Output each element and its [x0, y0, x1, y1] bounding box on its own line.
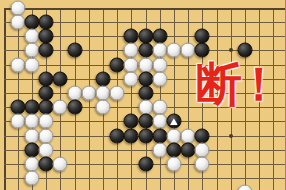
black-stone[interactable] [152, 128, 167, 143]
grid-hline [4, 8, 286, 10]
white-stone[interactable] [10, 15, 25, 30]
black-stone[interactable] [95, 71, 110, 86]
white-stone[interactable] [53, 100, 68, 115]
white-stone[interactable] [39, 128, 54, 143]
white-stone[interactable] [81, 86, 96, 101]
white-stone[interactable] [24, 114, 39, 129]
black-stone[interactable] [138, 29, 153, 44]
black-stone[interactable] [166, 142, 181, 157]
white-stone[interactable] [195, 142, 210, 157]
white-stone[interactable] [195, 157, 210, 172]
hoshi-point [229, 48, 233, 52]
white-stone[interactable] [152, 142, 167, 157]
white-stone[interactable] [24, 157, 39, 172]
white-stone[interactable] [67, 86, 82, 101]
white-stone[interactable] [152, 114, 167, 129]
black-stone[interactable] [195, 43, 210, 58]
white-stone[interactable] [95, 100, 110, 115]
white-stone[interactable] [138, 57, 153, 72]
black-stone[interactable] [237, 43, 252, 58]
black-stone[interactable] [24, 15, 39, 30]
black-stone[interactable] [195, 29, 210, 44]
white-stone[interactable] [152, 43, 167, 58]
black-stone[interactable] [181, 142, 196, 157]
black-stone[interactable] [110, 57, 125, 72]
go-board[interactable]: 断！ [0, 0, 285, 190]
white-stone[interactable] [138, 100, 153, 115]
white-stone[interactable] [181, 128, 196, 143]
black-stone[interactable] [39, 29, 54, 44]
white-stone[interactable] [110, 86, 125, 101]
white-stone[interactable] [166, 157, 181, 172]
black-stone[interactable] [24, 142, 39, 157]
white-stone[interactable] [24, 57, 39, 72]
grid-vline [188, 8, 189, 190]
black-stone[interactable] [166, 114, 181, 129]
black-stone[interactable] [138, 71, 153, 86]
cut-annotation: 断！ [196, 61, 276, 107]
black-stone[interactable] [39, 86, 54, 101]
black-stone[interactable] [124, 114, 139, 129]
white-stone[interactable] [124, 43, 139, 58]
white-stone[interactable] [24, 171, 39, 186]
white-stone[interactable] [39, 142, 54, 157]
black-stone[interactable] [39, 15, 54, 30]
black-stone[interactable] [39, 157, 54, 172]
white-stone[interactable] [10, 0, 25, 15]
black-stone[interactable] [138, 86, 153, 101]
white-stone[interactable] [24, 29, 39, 44]
black-stone[interactable] [53, 71, 68, 86]
black-stone[interactable] [124, 29, 139, 44]
black-stone[interactable] [138, 128, 153, 143]
black-stone[interactable] [195, 128, 210, 143]
white-stone[interactable] [152, 57, 167, 72]
grid-hline [4, 178, 286, 179]
hoshi-point [229, 134, 233, 138]
black-stone[interactable] [138, 157, 153, 172]
black-stone[interactable] [39, 43, 54, 58]
black-stone[interactable] [152, 29, 167, 44]
white-stone[interactable] [10, 114, 25, 129]
white-stone[interactable] [124, 71, 139, 86]
grid-vline [4, 8, 6, 190]
black-stone[interactable] [138, 43, 153, 58]
white-stone[interactable] [181, 43, 196, 58]
black-stone[interactable] [10, 100, 25, 115]
white-stone[interactable] [24, 43, 39, 58]
black-stone[interactable] [67, 43, 82, 58]
white-stone[interactable] [24, 128, 39, 143]
black-stone[interactable] [39, 100, 54, 115]
white-stone[interactable] [166, 43, 181, 58]
white-stone[interactable] [124, 57, 139, 72]
white-stone[interactable] [152, 100, 167, 115]
black-stone[interactable] [110, 128, 125, 143]
white-stone[interactable] [53, 157, 68, 172]
black-stone[interactable] [138, 114, 153, 129]
white-stone[interactable] [166, 128, 181, 143]
white-stone[interactable] [95, 86, 110, 101]
white-stone[interactable] [237, 185, 252, 190]
triangle-mark-icon [170, 118, 178, 125]
white-stone[interactable] [152, 71, 167, 86]
white-stone[interactable] [10, 57, 25, 72]
black-stone[interactable] [39, 71, 54, 86]
black-stone[interactable] [124, 128, 139, 143]
black-stone[interactable] [24, 100, 39, 115]
white-stone[interactable] [39, 114, 54, 129]
black-stone[interactable] [67, 100, 82, 115]
